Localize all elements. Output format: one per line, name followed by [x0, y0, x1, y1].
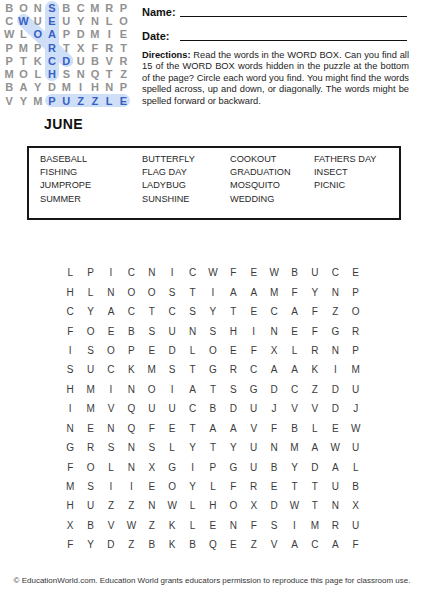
puzzle-cell-r15c15[interactable]: F [345, 535, 365, 554]
logo-cell-r3c2: L [16, 28, 30, 41]
puzzle-cell-r11c10[interactable]: U [244, 457, 264, 476]
puzzle-cell-r7c3[interactable]: I [101, 380, 121, 399]
word-search-puzzle-logo: BONSBCMRPCWUEUYNLOWLOAPDMIEPMPRTXFRTPTKC… [2, 1, 132, 109]
puzzle-cell-r8c5[interactable]: U [142, 399, 162, 418]
puzzle-cell-r14c8[interactable]: E [203, 516, 223, 535]
puzzle-cell-r9c2[interactable]: E [80, 419, 100, 438]
logo-cell-r8c1: V [2, 94, 16, 107]
puzzle-cell-r9c6[interactable]: E [162, 419, 182, 438]
puzzle-cell-r2c9[interactable]: A [223, 282, 243, 301]
puzzle-cell-r9c14[interactable]: E [325, 419, 345, 438]
puzzle-cell-r1c12[interactable]: B [284, 263, 304, 282]
logo-cell-r3c5: P [59, 28, 73, 41]
puzzle-cell-r2c3[interactable]: N [101, 282, 121, 301]
puzzle-cell-r9c5[interactable]: F [142, 419, 162, 438]
puzzle-cell-r2c4[interactable]: O [121, 282, 141, 301]
puzzle-cell-r4c5[interactable]: S [142, 321, 162, 340]
puzzle-cell-r13c1[interactable]: H [60, 496, 80, 515]
puzzle-cell-r9c7[interactable]: T [182, 419, 202, 438]
puzzle-cell-r2c11[interactable]: M [264, 282, 284, 301]
puzzle-cell-r11c9[interactable]: G [223, 457, 243, 476]
puzzle-cell-r7c10[interactable]: G [244, 380, 264, 399]
puzzle-cell-r14c10[interactable]: F [244, 516, 264, 535]
logo-cell-r5c6: U [73, 54, 87, 67]
puzzle-cell-r15c14[interactable]: A [325, 535, 345, 554]
puzzle-cell-r11c5[interactable]: X [142, 457, 162, 476]
puzzle-cell-r10c9[interactable]: Y [223, 438, 243, 457]
logo-cell-r7c1: B [2, 81, 16, 94]
puzzle-cell-r6c6[interactable]: S [162, 360, 182, 379]
word-box-word-fathers-day: FATHERS DAY [314, 154, 399, 167]
puzzle-cell-r6c10[interactable]: C [244, 360, 264, 379]
puzzle-cell-r2c5[interactable]: O [142, 282, 162, 301]
logo-letter-grid: BONSBCMRPCWUEUYNLOWLOAPDMIEPMPRTXFRTPTKC… [2, 1, 131, 107]
puzzle-cell-r12c2[interactable]: S [80, 477, 100, 496]
puzzle-cell-r1c1[interactable]: L [60, 263, 80, 282]
puzzle-cell-r15c8[interactable]: Q [203, 535, 223, 554]
puzzle-cell-r12c8[interactable]: L [203, 477, 223, 496]
puzzle-cell-r11c13[interactable]: D [305, 457, 325, 476]
puzzle-cell-r10c14[interactable]: W [325, 438, 345, 457]
puzzle-cell-r3c3[interactable]: A [101, 302, 121, 321]
puzzle-cell-r4c11[interactable]: N [264, 321, 284, 340]
puzzle-cell-r11c2[interactable]: O [80, 457, 100, 476]
puzzle-cell-r7c4[interactable]: N [121, 380, 141, 399]
puzzle-cell-r1c4[interactable]: C [121, 263, 141, 282]
puzzle-cell-r8c4[interactable]: Q [121, 399, 141, 418]
puzzle-cell-r4c4[interactable]: B [121, 321, 141, 340]
puzzle-cell-r5c9[interactable]: E [223, 341, 243, 360]
logo-cell-r3c9: E [116, 28, 130, 41]
puzzle-cell-r11c12[interactable]: Y [284, 457, 304, 476]
puzzle-cell-r5c12[interactable]: L [284, 341, 304, 360]
puzzle-cell-r6c1[interactable]: S [60, 360, 80, 379]
puzzle-cell-r4c8[interactable]: S [203, 321, 223, 340]
puzzle-cell-r10c7[interactable]: Y [182, 438, 202, 457]
puzzle-cell-r1c13[interactable]: U [305, 263, 325, 282]
puzzle-cell-r9c4[interactable]: Q [121, 419, 141, 438]
puzzle-cell-r15c11[interactable]: V [264, 535, 284, 554]
puzzle-cell-r5c5[interactable]: E [142, 341, 162, 360]
puzzle-cell-r5c11[interactable]: X [264, 341, 284, 360]
logo-cell-r4c3: P [31, 41, 45, 54]
logo-cell-r2c2: W [16, 14, 30, 27]
logo-cell-r2c1: C [2, 14, 16, 27]
puzzle-cell-r12c15[interactable]: B [345, 477, 365, 496]
logo-cell-r7c5: M [59, 81, 73, 94]
puzzle-cell-r12c3[interactable]: I [101, 477, 121, 496]
puzzle-cell-r4c12[interactable]: E [284, 321, 304, 340]
puzzle-cell-r3c15[interactable]: O [345, 302, 365, 321]
puzzle-cell-r11c7[interactable]: I [182, 457, 202, 476]
logo-cell-r7c9: P [116, 81, 130, 94]
logo-cell-r5c2: T [16, 54, 30, 67]
logo-cell-r6c9: Z [116, 67, 130, 80]
puzzle-cell-r4c13[interactable]: F [305, 321, 325, 340]
puzzle-cell-r4c2[interactable]: O [80, 321, 100, 340]
puzzle-cell-r14c3[interactable]: V [101, 516, 121, 535]
directions: Directions: Read the words in the WORD B… [142, 50, 409, 107]
puzzle-cell-r15c7[interactable]: B [182, 535, 202, 554]
puzzle-cell-r8c7[interactable]: C [182, 399, 202, 418]
puzzle-cell-r15c5[interactable]: B [142, 535, 162, 554]
word-box-word-wedding: WEDDING [230, 194, 314, 207]
puzzle-cell-r14c11[interactable]: S [264, 516, 284, 535]
puzzle-cell-r14c9[interactable]: N [223, 516, 243, 535]
puzzle-cell-r11c14[interactable]: A [325, 457, 345, 476]
puzzle-cell-r7c8[interactable]: T [203, 380, 223, 399]
puzzle-cell-r5c7[interactable]: L [182, 341, 202, 360]
puzzle-cell-r12c14[interactable]: U [325, 477, 345, 496]
puzzle-cell-r3c5[interactable]: T [142, 302, 162, 321]
puzzle-cell-r15c4[interactable]: Z [121, 535, 141, 554]
puzzle-cell-r2c14[interactable]: N [325, 282, 345, 301]
logo-cell-r2c6: Y [73, 14, 87, 27]
puzzle-cell-r7c12[interactable]: C [284, 380, 304, 399]
puzzle-cell-r6c8[interactable]: G [203, 360, 223, 379]
puzzle-cell-r11c1[interactable]: F [60, 457, 80, 476]
logo-cell-r8c5: U [59, 94, 73, 107]
logo-cell-r6c2: O [16, 67, 30, 80]
logo-cell-r4c9: T [116, 41, 130, 54]
puzzle-cell-r5c4[interactable]: P [121, 341, 141, 360]
puzzle-cell-r8c2[interactable]: M [80, 399, 100, 418]
puzzle-cell-r1c11[interactable]: W [264, 263, 284, 282]
puzzle-cell-r15c2[interactable]: Y [80, 535, 100, 554]
puzzle-cell-r3c4[interactable]: C [121, 302, 141, 321]
puzzle-cell-r14c7[interactable]: L [182, 516, 202, 535]
puzzle-cell-r13c13[interactable]: T [305, 496, 325, 515]
puzzle-cell-r3c2[interactable]: Y [80, 302, 100, 321]
puzzle-cell-r10c3[interactable]: S [101, 438, 121, 457]
puzzle-cell-r5c6[interactable]: D [162, 341, 182, 360]
puzzle-cell-r7c11[interactable]: D [264, 380, 284, 399]
word-box-word-cookout: COOKOUT [230, 154, 314, 167]
puzzle-cell-r14c2[interactable]: B [80, 516, 100, 535]
puzzle-cell-r9c1[interactable]: N [60, 419, 80, 438]
word-box-word-butterfly: BUTTERFLY [142, 154, 230, 167]
puzzle-cell-r10c15[interactable]: U [345, 438, 365, 457]
logo-cell-r8c6: Z [73, 94, 87, 107]
puzzle-cell-r1c15[interactable]: E [345, 263, 365, 282]
puzzle-cell-r7c13[interactable]: Z [305, 380, 325, 399]
word-search-grid: LPICNICWFEWBUCEHLNOOSTIAAMFYNPCYACTCSYTE… [60, 263, 366, 555]
puzzle-cell-r13c2[interactable]: U [80, 496, 100, 515]
puzzle-cell-r7c7[interactable]: A [182, 380, 202, 399]
puzzle-cell-r14c4[interactable]: W [121, 516, 141, 535]
puzzle-cell-r6c11[interactable]: A [264, 360, 284, 379]
logo-cell-r4c1: P [2, 41, 16, 54]
puzzle-cell-r15c12[interactable]: A [284, 535, 304, 554]
puzzle-cell-r9c15[interactable]: W [345, 419, 365, 438]
logo-cell-r1c9: P [116, 1, 130, 14]
puzzle-cell-r4c10[interactable]: I [244, 321, 264, 340]
puzzle-cell-r9c9[interactable]: A [223, 419, 243, 438]
puzzle-cell-r1c8[interactable]: W [203, 263, 223, 282]
puzzle-cell-r7c1[interactable]: H [60, 380, 80, 399]
logo-cell-r7c7: H [88, 81, 102, 94]
puzzle-cell-r14c13[interactable]: M [305, 516, 325, 535]
logo-cell-r5c5: D [59, 54, 73, 67]
puzzle-cell-r13c3[interactable]: Z [101, 496, 121, 515]
puzzle-cell-r9c10[interactable]: V [244, 419, 264, 438]
puzzle-cell-r6c2[interactable]: U [80, 360, 100, 379]
puzzle-cell-r3c8[interactable]: Y [203, 302, 223, 321]
puzzle-cell-r5c1[interactable]: I [60, 341, 80, 360]
date-fill-line[interactable] [180, 28, 407, 41]
puzzle-cell-r14c15[interactable]: U [345, 516, 365, 535]
puzzle-cell-r2c8[interactable]: I [203, 282, 223, 301]
puzzle-cell-r3c6[interactable]: C [162, 302, 182, 321]
logo-cell-r1c3: N [31, 1, 45, 14]
puzzle-cell-r1c14[interactable]: C [325, 263, 345, 282]
puzzle-cell-r11c11[interactable]: B [264, 457, 284, 476]
logo-cell-r7c8: N [102, 81, 116, 94]
puzzle-cell-r2c1[interactable]: H [60, 282, 80, 301]
puzzle-cell-r6c12[interactable]: A [284, 360, 304, 379]
puzzle-cell-r5c8[interactable]: O [203, 341, 223, 360]
puzzle-cell-r13c5[interactable]: N [142, 496, 162, 515]
puzzle-cell-r1c9[interactable]: F [223, 263, 243, 282]
puzzle-title: JUNE [44, 116, 83, 132]
puzzle-cell-r14c5[interactable]: Z [142, 516, 162, 535]
logo-cell-r3c7: M [88, 28, 102, 41]
puzzle-cell-r7c9[interactable]: S [223, 380, 243, 399]
puzzle-cell-r4c6[interactable]: U [162, 321, 182, 340]
puzzle-cell-r8c9[interactable]: D [223, 399, 243, 418]
puzzle-cell-r10c5[interactable]: S [142, 438, 162, 457]
puzzle-cell-r11c4[interactable]: N [121, 457, 141, 476]
puzzle-cell-r13c14[interactable]: N [325, 496, 345, 515]
puzzle-cell-r13c6[interactable]: W [162, 496, 182, 515]
puzzle-cell-r5c3[interactable]: O [101, 341, 121, 360]
puzzle-cell-r3c11[interactable]: C [264, 302, 284, 321]
puzzle-cell-r9c3[interactable]: N [101, 419, 121, 438]
puzzle-cell-r8c1[interactable]: I [60, 399, 80, 418]
puzzle-cell-r10c8[interactable]: T [203, 438, 223, 457]
puzzle-cell-r3c1[interactable]: C [60, 302, 80, 321]
puzzle-cell-r7c14[interactable]: D [325, 380, 345, 399]
logo-cell-r7c2: A [16, 81, 30, 94]
logo-cell-r1c2: O [16, 1, 30, 14]
puzzle-cell-r3c10[interactable]: E [244, 302, 264, 321]
puzzle-cell-r11c8[interactable]: P [203, 457, 223, 476]
puzzle-cell-r2c2[interactable]: L [80, 282, 100, 301]
puzzle-cell-r14c14[interactable]: R [325, 516, 345, 535]
word-box-word-summer: SUMMER [40, 194, 142, 207]
logo-cell-r5c4: C [45, 54, 59, 67]
puzzle-cell-r15c6[interactable]: K [162, 535, 182, 554]
puzzle-cell-r10c13[interactable]: A [305, 438, 325, 457]
puzzle-cell-r4c9[interactable]: H [223, 321, 243, 340]
puzzle-cell-r8c12[interactable]: V [284, 399, 304, 418]
puzzle-cell-r10c10[interactable]: U [244, 438, 264, 457]
puzzle-cell-r6c15[interactable]: M [345, 360, 365, 379]
word-box-word-baseball: BASEBALL [40, 154, 142, 167]
puzzle-cell-r5c13[interactable]: R [305, 341, 325, 360]
puzzle-cell-r11c15[interactable]: L [345, 457, 365, 476]
puzzle-cell-r1c2[interactable]: P [80, 263, 100, 282]
puzzle-cell-r2c10[interactable]: A [244, 282, 264, 301]
logo-cell-r1c4: S [45, 1, 59, 14]
puzzle-cell-r15c10[interactable]: Z [244, 535, 264, 554]
puzzle-cell-r15c1[interactable]: F [60, 535, 80, 554]
logo-cell-r4c2: M [16, 41, 30, 54]
puzzle-cell-r7c5[interactable]: O [142, 380, 162, 399]
puzzle-cell-r1c3[interactable]: I [101, 263, 121, 282]
directions-label: Directions: [142, 50, 191, 60]
logo-cell-r4c6: X [73, 41, 87, 54]
logo-cell-r8c4: P [45, 94, 59, 107]
logo-cell-r5c1: P [2, 54, 16, 67]
word-box-word-ladybug: LADYBUG [142, 180, 230, 193]
puzzle-cell-r13c7[interactable]: L [182, 496, 202, 515]
puzzle-cell-r8c15[interactable]: J [345, 399, 365, 418]
puzzle-cell-r2c15[interactable]: P [345, 282, 365, 301]
puzzle-cell-r13c11[interactable]: D [264, 496, 284, 515]
logo-cell-r7c6: I [73, 81, 87, 94]
puzzle-cell-r12c13[interactable]: T [305, 477, 325, 496]
logo-cell-r4c5: T [59, 41, 73, 54]
footer-copyright: © EducationWorld.com. Education World gr… [0, 576, 424, 585]
puzzle-cell-r4c7[interactable]: N [182, 321, 202, 340]
word-box-word-sunshine: SUNSHINE [142, 194, 230, 207]
logo-cell-r8c9: E [116, 94, 130, 107]
puzzle-cell-r10c11[interactable]: N [264, 438, 284, 457]
puzzle-cell-r12c1[interactable]: M [60, 477, 80, 496]
puzzle-cell-r15c3[interactable]: D [101, 535, 121, 554]
puzzle-cell-r9c12[interactable]: B [284, 419, 304, 438]
puzzle-cell-r5c2[interactable]: S [80, 341, 100, 360]
puzzle-cell-r1c5[interactable]: N [142, 263, 162, 282]
worksheet-page: BONSBCMRPCWUEUYNLOWLOAPDMIEPMPRTXFRTPTKC… [0, 0, 424, 596]
logo-cell-r5c7: B [88, 54, 102, 67]
puzzle-cell-r4c1[interactable]: F [60, 321, 80, 340]
puzzle-cell-r3c12[interactable]: A [284, 302, 304, 321]
logo-cell-r1c8: R [102, 1, 116, 14]
puzzle-cell-r13c4[interactable]: Z [121, 496, 141, 515]
puzzle-cell-r2c7[interactable]: T [182, 282, 202, 301]
puzzle-cell-r5c14[interactable]: N [325, 341, 345, 360]
puzzle-cell-r9c8[interactable]: A [203, 419, 223, 438]
puzzle-cell-r6c14[interactable]: I [325, 360, 345, 379]
puzzle-cell-r7c6[interactable]: I [162, 380, 182, 399]
puzzle-cell-r15c13[interactable]: C [305, 535, 325, 554]
puzzle-cell-r12c4[interactable]: I [121, 477, 141, 496]
puzzle-cell-r8c13[interactable]: V [305, 399, 325, 418]
puzzle-cell-r8c14[interactable]: D [325, 399, 345, 418]
logo-cell-r6c5: S [59, 67, 73, 80]
logo-cell-r7c3: Y [31, 81, 45, 94]
puzzle-cell-r7c15[interactable]: U [345, 380, 365, 399]
logo-cell-r4c7: F [88, 41, 102, 54]
puzzle-cell-r6c5[interactable]: M [142, 360, 162, 379]
puzzle-cell-r4c14[interactable]: G [325, 321, 345, 340]
logo-cell-r6c7: Q [88, 67, 102, 80]
puzzle-cell-r11c6[interactable]: G [162, 457, 182, 476]
puzzle-cell-r9c11[interactable]: F [264, 419, 284, 438]
puzzle-cell-r6c13[interactable]: K [305, 360, 325, 379]
puzzle-cell-r10c2[interactable]: R [80, 438, 100, 457]
logo-cell-r6c4: H [45, 67, 59, 80]
puzzle-cell-r6c9[interactable]: R [223, 360, 243, 379]
word-box-word-graduation: GRADUATION [230, 167, 314, 180]
puzzle-cell-r13c12[interactable]: W [284, 496, 304, 515]
puzzle-cell-r1c7[interactable]: C [182, 263, 202, 282]
puzzle-cell-r5c10[interactable]: F [244, 341, 264, 360]
puzzle-cell-r12c12[interactable]: T [284, 477, 304, 496]
puzzle-cell-r10c4[interactable]: N [121, 438, 141, 457]
puzzle-cell-r6c3[interactable]: C [101, 360, 121, 379]
puzzle-cell-r13c9[interactable]: O [223, 496, 243, 515]
logo-cell-r2c4: E [45, 14, 59, 27]
name-fill-line[interactable] [180, 4, 407, 17]
puzzle-cell-r3c7[interactable]: S [182, 302, 202, 321]
puzzle-cell-r13c10[interactable]: X [244, 496, 264, 515]
puzzle-cell-r14c1[interactable]: X [60, 516, 80, 535]
puzzle-cell-r8c8[interactable]: B [203, 399, 223, 418]
puzzle-cell-r12c6[interactable]: O [162, 477, 182, 496]
puzzle-cell-r9c13[interactable]: L [305, 419, 325, 438]
puzzle-cell-r8c11[interactable]: J [264, 399, 284, 418]
puzzle-cell-r13c8[interactable]: H [203, 496, 223, 515]
puzzle-cell-r7c2[interactable]: M [80, 380, 100, 399]
puzzle-cell-r1c6[interactable]: I [162, 263, 182, 282]
logo-cell-r2c9: O [116, 14, 130, 27]
puzzle-cell-r11c3[interactable]: L [101, 457, 121, 476]
puzzle-cell-r8c6[interactable]: U [162, 399, 182, 418]
puzzle-cell-r10c6[interactable]: L [162, 438, 182, 457]
puzzle-cell-r10c12[interactable]: M [284, 438, 304, 457]
puzzle-cell-r1c10[interactable]: E [244, 263, 264, 282]
date-label: Date: [142, 30, 170, 42]
puzzle-cell-r12c7[interactable]: Y [182, 477, 202, 496]
puzzle-cell-r14c12[interactable]: I [284, 516, 304, 535]
logo-cell-r1c6: C [73, 1, 87, 14]
logo-cell-r2c3: U [31, 14, 45, 27]
puzzle-cell-r13c15[interactable]: X [345, 496, 365, 515]
word-box-word-flag-day: FLAG DAY [142, 167, 230, 180]
puzzle-cell-r8c3[interactable]: V [101, 399, 121, 418]
logo-cell-r7c4: D [45, 81, 59, 94]
puzzle-cell-r3c14[interactable]: Z [325, 302, 345, 321]
puzzle-cell-r2c12[interactable]: F [284, 282, 304, 301]
puzzle-cell-r14c6[interactable]: K [162, 516, 182, 535]
logo-cell-r8c3: M [31, 94, 45, 107]
puzzle-cell-r10c1[interactable]: G [60, 438, 80, 457]
puzzle-cell-r15c9[interactable]: E [223, 535, 243, 554]
puzzle-cell-r12c9[interactable]: F [223, 477, 243, 496]
puzzle-cell-r8c10[interactable]: U [244, 399, 264, 418]
logo-cell-r8c7: Z [88, 94, 102, 107]
puzzle-cell-r6c7[interactable]: T [182, 360, 202, 379]
logo-cell-r4c4: R [45, 41, 59, 54]
puzzle-cell-r5c15[interactable]: P [345, 341, 365, 360]
puzzle-cell-r12c5[interactable]: E [142, 477, 162, 496]
logo-cell-r4c8: R [102, 41, 116, 54]
puzzle-cell-r6c4[interactable]: K [121, 360, 141, 379]
puzzle-cell-r2c13[interactable]: Y [305, 282, 325, 301]
puzzle-cell-r3c9[interactable]: T [223, 302, 243, 321]
puzzle-cell-r4c3[interactable]: E [101, 321, 121, 340]
logo-cell-r8c2: Y [16, 94, 30, 107]
puzzle-cell-r2c6[interactable]: S [162, 282, 182, 301]
puzzle-cell-r3c13[interactable]: F [305, 302, 325, 321]
puzzle-cell-r12c11[interactable]: E [264, 477, 284, 496]
logo-cell-r3c4: A [45, 28, 59, 41]
puzzle-cell-r12c10[interactable]: R [244, 477, 264, 496]
puzzle-cell-r4c15[interactable]: R [345, 321, 365, 340]
